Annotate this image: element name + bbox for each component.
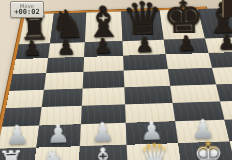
square-d6[interactable]	[123, 54, 168, 70]
square-e4[interactable]	[170, 84, 220, 103]
piece-black-pawn[interactable]: ♟	[22, 38, 41, 59]
square-c1[interactable]: ♝	[78, 145, 128, 160]
chess-board: ♜♞♝♛♚♝♞♜♟♟♟♟♟♟♟♟♟♟♟♟♟♟♟♟♜♞♝♛♚♝♞♜	[0, 7, 232, 160]
piece-white-king[interactable]: ♚	[193, 138, 224, 160]
square-a5[interactable]	[9, 73, 46, 90]
board-scene: ♜♞♝♛♚♝♞♜♟♟♟♟♟♟♟♟♟♟♟♟♟♟♟♟♜♞♝♛♚♝♞♜	[0, 0, 232, 160]
square-b5[interactable]	[44, 72, 83, 89]
square-a1[interactable]: ♜	[0, 148, 36, 160]
square-f6[interactable]	[208, 52, 232, 68]
square-a4[interactable]	[6, 89, 44, 108]
square-b4[interactable]	[42, 88, 83, 107]
game-screen: ♜♞♝♛♚♝♞♜♟♟♟♟♟♟♟♟♟♟♟♟♟♟♟♟♜♞♝♛♚♝♞♜ Move +0…	[0, 0, 232, 160]
piece-black-pawn[interactable]: ♟	[177, 33, 196, 54]
square-e7[interactable]: ♟	[164, 39, 209, 55]
piece-white-bishop[interactable]: ♝	[88, 143, 117, 160]
square-b1[interactable]: ♞	[33, 146, 80, 160]
square-a6[interactable]	[13, 58, 48, 74]
piece-black-pawn[interactable]: ♟	[217, 32, 232, 53]
piece-black-pawn[interactable]: ♟	[94, 36, 113, 57]
square-f5[interactable]	[212, 67, 232, 84]
piece-black-pawn[interactable]: ♟	[56, 37, 75, 58]
piece-white-rook[interactable]: ♜	[0, 146, 26, 160]
square-d5[interactable]	[124, 69, 170, 87]
square-a7[interactable]: ♟	[16, 43, 50, 59]
square-e6[interactable]	[166, 53, 212, 69]
square-e1[interactable]: ♚	[178, 142, 232, 160]
piece-white-queen[interactable]: ♛	[139, 139, 170, 160]
square-b6[interactable]	[46, 57, 84, 73]
move-clock-time: +00:02	[14, 9, 39, 16]
background-object	[222, 0, 232, 17]
square-b7[interactable]: ♟	[48, 42, 84, 58]
piece-white-knight[interactable]: ♞	[41, 145, 70, 160]
square-d7[interactable]: ♟	[122, 40, 165, 56]
square-d4[interactable]	[124, 85, 172, 104]
square-c7[interactable]: ♟	[84, 41, 123, 57]
square-e5[interactable]	[168, 68, 216, 85]
piece-black-pawn[interactable]: ♟	[134, 34, 153, 55]
square-f7[interactable]: ♟	[205, 37, 232, 53]
square-c5[interactable]	[82, 71, 124, 88]
move-clock: Move +00:02	[10, 1, 44, 18]
square-d1[interactable]: ♛	[127, 143, 182, 160]
square-f4[interactable]	[216, 83, 232, 102]
square-c4[interactable]	[81, 87, 125, 106]
square-c6[interactable]	[83, 56, 124, 72]
